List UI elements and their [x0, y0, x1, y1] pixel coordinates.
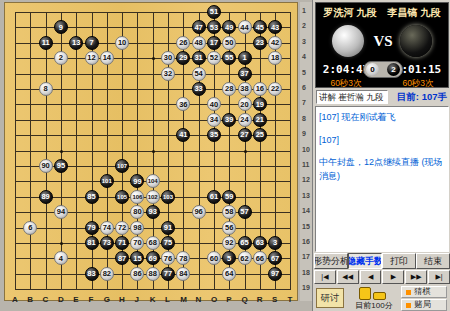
stone-white-78: 78: [176, 251, 190, 265]
row-label: 2: [302, 22, 306, 29]
row-label: 16: [302, 238, 310, 245]
stone-white-2: 2: [54, 51, 68, 65]
grid-line-h: [15, 228, 291, 229]
player-score-box: 罗洗河 九段 李昌镐 九段 VS 2:04:47 2:01:15 0 2 60秒…: [315, 2, 449, 88]
stone-white-70: 70: [130, 236, 144, 250]
col-label: C: [43, 295, 49, 304]
commentary-line: 中午封盘，12点继续直播 (现场消息): [319, 156, 445, 183]
stone-black-81: 81: [85, 236, 99, 250]
stone-black-17: 17: [207, 36, 221, 50]
go-broadcast-app: ABCDEFGHJKLMNOPQRST123456789101112131415…: [0, 0, 450, 311]
stone-black-59: 59: [222, 190, 236, 204]
stone-white-92: 92: [222, 236, 236, 250]
white-captures-count: 0: [366, 63, 379, 76]
stone-black-87: 87: [115, 251, 129, 265]
white-player-name: 罗洗河 九段: [318, 6, 382, 20]
tab-打印[interactable]: 打印: [382, 253, 416, 269]
col-label: L: [165, 295, 170, 304]
first-move-button[interactable]: |◀: [314, 270, 336, 284]
stone-white-22: 22: [268, 82, 282, 96]
row-label: 10: [302, 146, 310, 153]
stone-white-28: 28: [222, 82, 236, 96]
col-label: K: [150, 295, 156, 304]
tab-结束[interactable]: 结束: [416, 253, 450, 269]
stone-black-99: 99: [130, 174, 144, 188]
stone-black-105: 105: [115, 190, 129, 204]
stone-black-73: 73: [100, 236, 114, 250]
stone-black-7: 7: [85, 36, 99, 50]
stone-black-13: 13: [69, 36, 83, 50]
col-label: S: [272, 295, 277, 304]
points-label: 目前100分: [341, 300, 407, 311]
stone-white-10: 10: [115, 36, 129, 50]
orange-bullet-icon: [406, 290, 411, 295]
col-label: R: [257, 295, 263, 304]
stone-black-75: 75: [161, 236, 175, 250]
go-board[interactable]: ABCDEFGHJKLMNOPQRST123456789101112131415…: [4, 2, 298, 301]
tab-bar: 形势分析隐藏手数打印结束: [314, 253, 450, 269]
col-label: Q: [242, 295, 248, 304]
stone-white-14: 14: [100, 51, 114, 65]
stone-white-72: 72: [115, 221, 129, 235]
stone-white-60: 60: [207, 251, 221, 265]
stone-white-52: 52: [207, 51, 221, 65]
stone-black-19: 19: [253, 97, 267, 111]
stone-black-101: 101: [100, 174, 114, 188]
stone-black-23: 23: [253, 36, 267, 50]
stone-black-63: 63: [253, 236, 267, 250]
vcr-controls: |◀◀◀◀▶▶▶▶|: [314, 270, 450, 284]
stone-white-90: 90: [39, 159, 53, 173]
stone-white-8: 8: [39, 82, 53, 96]
row-label: 3: [302, 38, 306, 45]
star-point: [152, 150, 155, 153]
commentary-line: [107]: [319, 134, 445, 148]
stone-black-29: 29: [176, 51, 190, 65]
stone-white-18: 18: [268, 51, 282, 65]
stone-white-94: 94: [54, 205, 68, 219]
col-label: A: [12, 295, 18, 304]
stone-black-9: 9: [54, 20, 68, 34]
stone-black-53: 53: [207, 20, 221, 34]
last-move-button[interactable]: ▶|: [428, 270, 450, 284]
stone-white-48: 48: [192, 36, 206, 50]
row-label: 4: [302, 53, 306, 60]
row-label: 15: [302, 223, 310, 230]
row-label: 9: [302, 130, 306, 137]
col-label: P: [226, 295, 231, 304]
stone-white-6: 6: [23, 221, 37, 235]
stone-black-69: 69: [146, 251, 160, 265]
stone-black-83: 83: [85, 267, 99, 281]
stone-white-62: 62: [238, 251, 252, 265]
stone-black-43: 43: [268, 20, 282, 34]
stone-white-68: 68: [146, 236, 160, 250]
col-label: H: [119, 295, 125, 304]
stone-white-56: 56: [222, 221, 236, 235]
stone-black-31: 31: [192, 51, 206, 65]
stone-black-93: 93: [146, 205, 160, 219]
star-point: [244, 150, 247, 153]
stone-black-61: 61: [207, 190, 221, 204]
stone-white-64: 64: [222, 267, 236, 281]
row-label: 7: [302, 99, 306, 106]
col-label: G: [104, 295, 110, 304]
col-label: B: [27, 295, 33, 304]
stone-white-88: 88: [146, 267, 160, 281]
stone-black-57: 57: [238, 205, 252, 219]
stone-black-25: 25: [253, 128, 267, 142]
col-label: M: [180, 295, 187, 304]
stone-white-34: 34: [207, 113, 221, 127]
stone-black-35: 35: [207, 128, 221, 142]
col-label: E: [73, 295, 78, 304]
stone-black-95: 95: [54, 159, 68, 173]
tab-隐藏手数[interactable]: 隐藏手数: [348, 253, 382, 269]
stone-white-26: 26: [176, 36, 190, 50]
stone-black-33: 33: [192, 82, 206, 96]
stone-black-11: 11: [39, 36, 53, 50]
stone-black-47: 47: [192, 20, 206, 34]
stone-black-79: 79: [85, 221, 99, 235]
stone-black-67: 67: [268, 251, 282, 265]
stone-black-55: 55: [222, 51, 236, 65]
stone-white-84: 84: [176, 267, 190, 281]
row-label: 18: [302, 269, 310, 276]
stone-white-4: 4: [54, 251, 68, 265]
orange-bullet-icon: [406, 303, 411, 308]
black-byoyomi: 60秒3次: [390, 78, 446, 90]
commentary-line: [107] 现在刚试着飞: [319, 111, 445, 125]
star-point: [60, 150, 63, 153]
guess-move-button[interactable]: 猜棋: [401, 286, 447, 298]
stone-white-12: 12: [85, 51, 99, 65]
stone-white-40: 40: [207, 97, 221, 111]
side-panel: 罗洗河 九段 李昌镐 九段 VS 2:04:47 2:01:15 0 2 60秒…: [312, 0, 450, 311]
stone-black-49: 49: [222, 20, 236, 34]
black-player-name: 李昌镐 九段: [382, 6, 446, 20]
research-button[interactable]: 研讨: [316, 288, 344, 308]
white-byoyomi: 60秒3次: [318, 78, 374, 90]
row-label: 19: [302, 284, 310, 291]
col-label: F: [89, 295, 94, 304]
stone-black-5: 5: [222, 251, 236, 265]
row-label: 13: [302, 192, 310, 199]
back-button[interactable]: ◀: [360, 270, 382, 284]
fast-forward-button[interactable]: ▶▶: [405, 270, 427, 284]
stone-black-37: 37: [238, 67, 252, 81]
stone-white-104: 104: [146, 174, 160, 188]
stone-white-30: 30: [161, 51, 175, 65]
stone-black-45: 45: [253, 20, 267, 34]
row-label: 11: [302, 161, 309, 168]
stone-white-82: 82: [100, 267, 114, 281]
tab-形势分析[interactable]: 形势分析: [314, 253, 348, 269]
row-label: 17: [302, 253, 310, 260]
black-captures-count: 2: [387, 63, 400, 76]
stone-white-76: 76: [161, 251, 175, 265]
star-point: [60, 242, 63, 245]
row-label: 12: [302, 176, 310, 183]
stone-black-27: 27: [238, 128, 252, 142]
stone-black-97: 97: [268, 267, 282, 281]
row-label: 8: [302, 115, 306, 122]
stone-white-106: 106: [130, 190, 144, 204]
stone-white-50: 50: [222, 36, 236, 50]
col-label: D: [58, 295, 64, 304]
col-label: N: [196, 295, 202, 304]
stone-white-54: 54: [192, 67, 206, 81]
fast-back-button[interactable]: ◀◀: [337, 270, 359, 284]
stone-black-85: 85: [85, 190, 99, 204]
board-area: ABCDEFGHJKLMNOPQRST123456789101112131415…: [0, 0, 312, 311]
coins-icon: [357, 286, 391, 300]
stone-black-103: 103: [161, 190, 175, 204]
black-stone-avatar: [400, 25, 432, 57]
stone-black-77: 77: [161, 267, 175, 281]
stone-white-16: 16: [253, 82, 267, 96]
stone-black-65: 65: [238, 236, 252, 250]
stone-white-74: 74: [100, 221, 114, 235]
row-label: 1: [302, 7, 306, 14]
col-label: T: [287, 295, 292, 304]
stone-black-41: 41: [176, 128, 190, 142]
stone-white-32: 32: [161, 67, 175, 81]
stone-white-24: 24: [238, 113, 252, 127]
stone-white-96: 96: [192, 205, 206, 219]
row-number-strip: 12345678910111213141516171819: [300, 2, 312, 301]
commentary-box[interactable]: [107] 现在刚试着飞[107]中午封盘，12点继续直播 (现场消息): [315, 106, 449, 252]
stone-black-89: 89: [39, 190, 53, 204]
col-label: J: [134, 295, 138, 304]
stone-black-71: 71: [115, 236, 129, 250]
star-point: [152, 57, 155, 60]
capture-counter: 0 2: [363, 61, 403, 78]
forward-button[interactable]: ▶: [382, 270, 404, 284]
stone-black-107: 107: [115, 159, 129, 173]
stone-white-80: 80: [130, 205, 144, 219]
stone-black-21: 21: [253, 113, 267, 127]
row-label: 6: [302, 84, 306, 91]
stone-black-39: 39: [222, 113, 236, 127]
stone-black-1: 1: [238, 51, 252, 65]
stone-white-44: 44: [238, 20, 252, 34]
stone-black-51: 51: [207, 5, 221, 19]
stone-white-66: 66: [253, 251, 267, 265]
stone-white-58: 58: [222, 205, 236, 219]
col-label: O: [211, 295, 217, 304]
stone-white-36: 36: [176, 97, 190, 111]
row-label: 14: [302, 207, 310, 214]
move-counter: 目前: 107手: [397, 91, 447, 104]
stone-white-86: 86: [130, 267, 144, 281]
stone-white-102: 102: [146, 190, 160, 204]
grid-line-h: [15, 289, 291, 290]
stone-black-3: 3: [268, 236, 282, 250]
commentator-field[interactable]: 讲解 崔哲瀚 九段: [316, 90, 388, 104]
stone-black-15: 15: [130, 251, 144, 265]
bet-button[interactable]: 赌局: [401, 299, 447, 311]
stone-white-38: 38: [238, 82, 252, 96]
row-label: 5: [302, 69, 306, 76]
commentary-header: 讲解 崔哲瀚 九段 目前: 107手: [315, 90, 449, 105]
grid-line-v: [290, 12, 291, 290]
stone-black-91: 91: [161, 221, 175, 235]
stone-white-20: 20: [238, 97, 252, 111]
stone-white-98: 98: [130, 221, 144, 235]
stone-white-42: 42: [268, 36, 282, 50]
